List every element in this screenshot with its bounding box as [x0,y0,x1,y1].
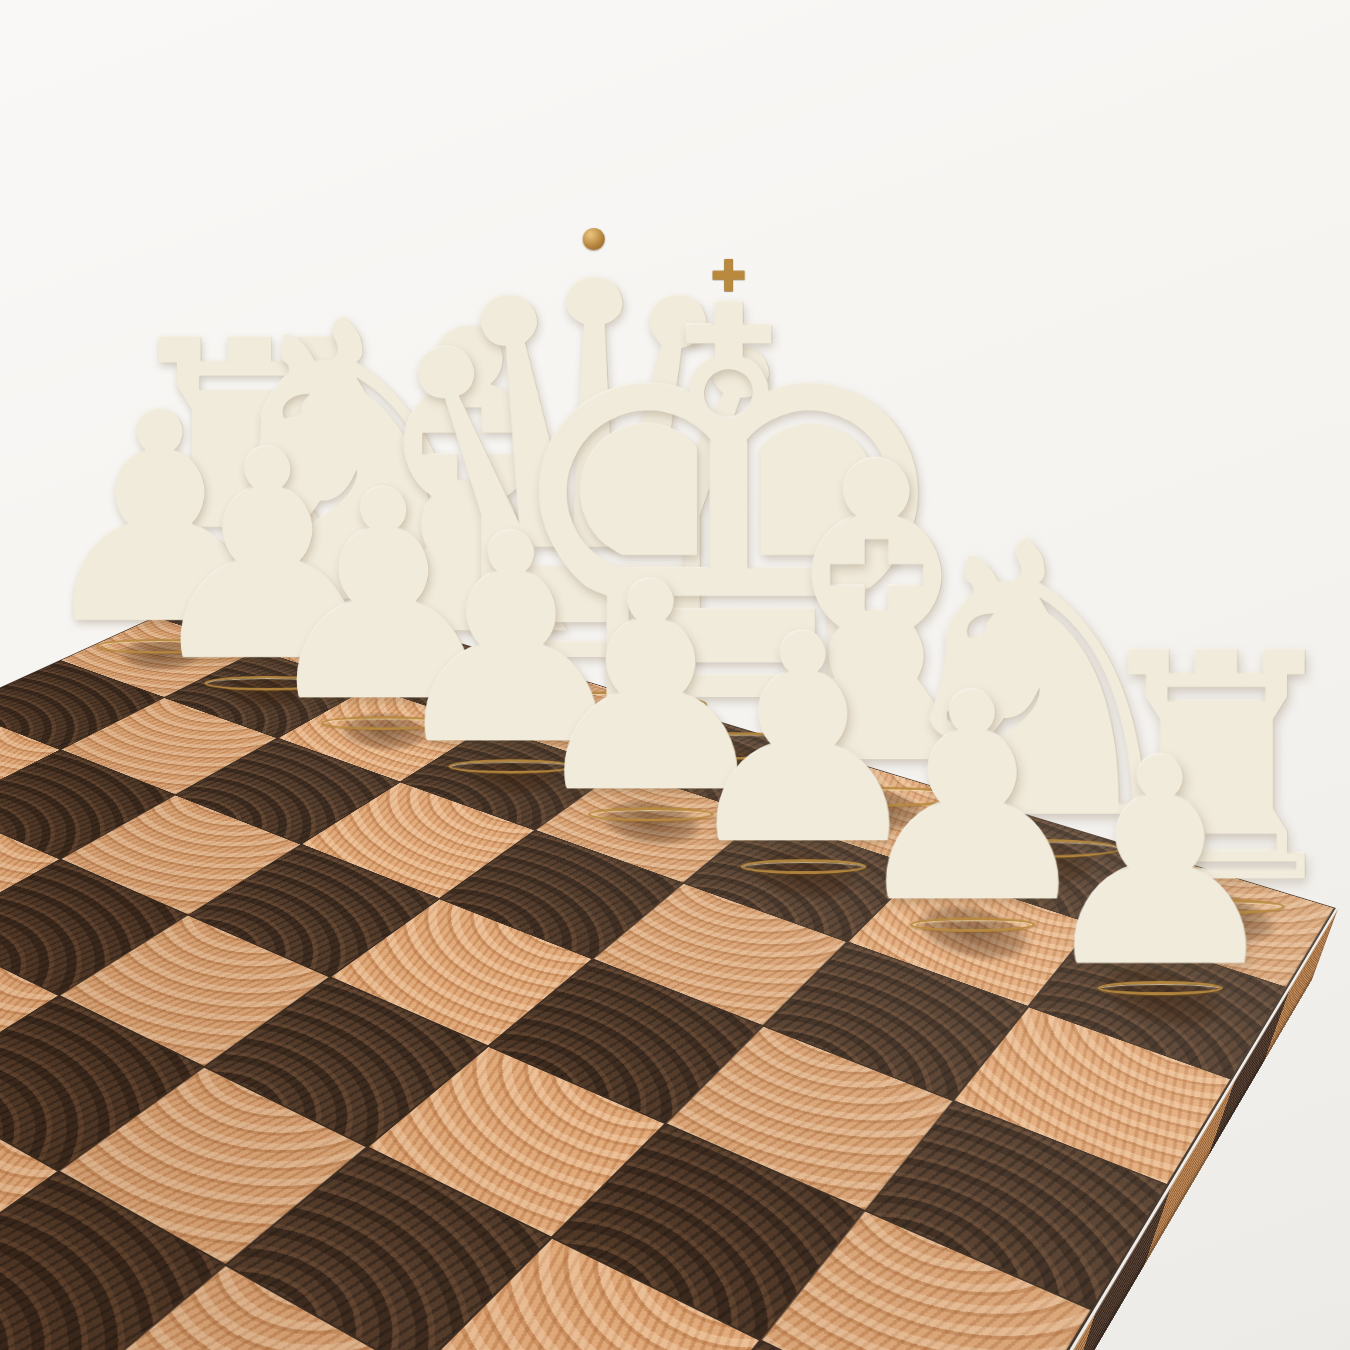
brass-base-ring [1097,981,1222,995]
piece-white-rook-a1: ♜ [96,304,404,612]
piece-white-pawn-a2: ♟ [22,380,297,655]
piece-white-knight-b1: ♞ [172,277,540,645]
piece-white-pawn-h2: ♟ [1024,726,1295,997]
product-photo-stage: ♜♞♝♛♚✚♝♞♜♟♟♟♟♟♟♟♟ [0,0,1350,1350]
scene-3d: ♜♞♝♛♚✚♝♞♜♟♟♟♟♟♟♟♟ [0,0,1350,1350]
brass-base-ring [204,676,330,690]
brass-base-ring [741,859,866,873]
chess-board: ♜♞♝♛♚✚♝♞♜♟♟♟♟♟♟♟♟ [0,577,1336,1350]
king-brass-cross-finial: ✚ [710,254,747,298]
piece-white-bishop-f1: ♝ [680,417,1072,809]
queen-brass-ball-finial [583,228,605,250]
brass-base-ring [179,594,321,610]
